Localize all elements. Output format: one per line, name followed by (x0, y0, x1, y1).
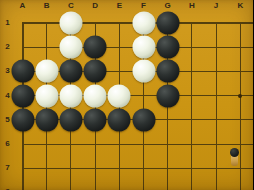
black-stone (132, 108, 155, 131)
black-stone (84, 108, 107, 131)
white-stone (59, 36, 82, 59)
star-point (238, 94, 242, 98)
column-label: J (214, 2, 218, 10)
white-stone (132, 36, 155, 59)
black-stone-marker-icon (227, 148, 241, 167)
white-stone (132, 12, 155, 35)
black-stone (156, 12, 179, 35)
black-stone (35, 108, 58, 131)
black-stone (59, 60, 82, 83)
column-label: D (92, 2, 98, 10)
row-label: 3 (5, 67, 9, 75)
black-stone (156, 84, 179, 107)
go-app-screenshot: ABCDEFGHJK12345678 (0, 0, 253, 190)
row-label: 8 (5, 188, 9, 190)
column-label: K (237, 2, 243, 10)
column-label: E (117, 2, 122, 10)
black-stone (156, 60, 179, 83)
column-label: F (141, 2, 146, 10)
white-stone (59, 84, 82, 107)
grid-line-horizontal (22, 168, 254, 169)
white-stone (108, 84, 131, 107)
row-label: 6 (5, 140, 9, 148)
row-label: 5 (5, 116, 9, 124)
column-label: C (68, 2, 74, 10)
white-stone (84, 84, 107, 107)
black-stone (11, 84, 34, 107)
white-stone (35, 84, 58, 107)
white-stone (35, 60, 58, 83)
black-stone (84, 60, 107, 83)
row-label: 2 (5, 43, 9, 51)
row-label: 7 (5, 164, 9, 172)
marker-black-stone (230, 148, 239, 157)
black-stone (11, 108, 34, 131)
row-label: 1 (5, 19, 9, 27)
grid-line-horizontal (22, 144, 254, 145)
go-board[interactable]: ABCDEFGHJK12345678 (0, 0, 253, 190)
column-label: B (44, 2, 50, 10)
black-stone (11, 60, 34, 83)
white-stone (132, 60, 155, 83)
white-stone (59, 12, 82, 35)
column-label: A (20, 2, 26, 10)
black-stone (108, 108, 131, 131)
row-label: 4 (5, 92, 9, 100)
black-stone (156, 36, 179, 59)
column-label: G (165, 2, 171, 10)
black-stone (59, 108, 82, 131)
black-stone (84, 36, 107, 59)
column-label: H (189, 2, 195, 10)
